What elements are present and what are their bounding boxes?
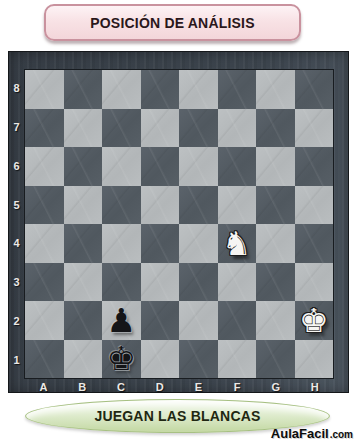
square-f2[interactable] [218, 301, 257, 340]
square-f4[interactable]: ♞ [218, 224, 257, 263]
square-g8[interactable] [256, 70, 295, 109]
square-g4[interactable] [256, 224, 295, 263]
square-d8[interactable] [141, 70, 180, 109]
square-h8[interactable] [295, 70, 334, 109]
square-e5[interactable] [179, 186, 218, 225]
white-knight-f4[interactable]: ♞ [222, 227, 252, 260]
square-h6[interactable] [295, 147, 334, 186]
square-g6[interactable] [256, 147, 295, 186]
rank-label-8: 8 [9, 69, 24, 108]
square-f5[interactable] [218, 186, 257, 225]
square-g1[interactable] [256, 340, 295, 379]
square-d1[interactable] [141, 340, 180, 379]
square-e7[interactable] [179, 109, 218, 148]
square-e2[interactable] [179, 301, 218, 340]
square-b1[interactable] [64, 340, 103, 379]
rank-labels: 87654321 [9, 69, 24, 379]
square-h7[interactable] [295, 109, 334, 148]
square-d2[interactable] [141, 301, 180, 340]
square-a2[interactable] [25, 301, 64, 340]
file-label-c: C [102, 380, 141, 393]
square-a3[interactable] [25, 263, 64, 302]
square-f6[interactable] [218, 147, 257, 186]
file-label-h: H [295, 380, 334, 393]
square-g5[interactable] [256, 186, 295, 225]
square-b5[interactable] [64, 186, 103, 225]
square-h5[interactable] [295, 186, 334, 225]
brand-suffix: .com [330, 429, 353, 440]
square-e4[interactable] [179, 224, 218, 263]
square-b7[interactable] [64, 109, 103, 148]
square-g7[interactable] [256, 109, 295, 148]
file-label-d: D [140, 380, 179, 393]
rank-label-2: 2 [9, 302, 24, 341]
rank-label-7: 7 [9, 108, 24, 147]
square-g2[interactable] [256, 301, 295, 340]
square-d6[interactable] [141, 147, 180, 186]
rank-label-6: 6 [9, 147, 24, 186]
black-pawn-c2[interactable]: ♟ [106, 304, 136, 337]
chess-board: ♞♟♚♚ [24, 69, 334, 379]
square-b2[interactable] [64, 301, 103, 340]
file-label-g: G [257, 380, 296, 393]
square-h2[interactable]: ♚ [295, 301, 334, 340]
file-label-e: E [179, 380, 218, 393]
square-c1[interactable]: ♚ [102, 340, 141, 379]
square-f8[interactable] [218, 70, 257, 109]
square-e8[interactable] [179, 70, 218, 109]
file-label-a: A [24, 380, 63, 393]
square-h4[interactable] [295, 224, 334, 263]
square-f3[interactable] [218, 263, 257, 302]
rank-label-1: 1 [9, 340, 24, 379]
file-label-b: B [63, 380, 102, 393]
square-d4[interactable] [141, 224, 180, 263]
brand-watermark: AulaFacil .com [271, 426, 353, 441]
square-b8[interactable] [64, 70, 103, 109]
black-king-c1[interactable]: ♚ [106, 342, 136, 375]
square-h1[interactable] [295, 340, 334, 379]
square-b6[interactable] [64, 147, 103, 186]
square-a7[interactable] [25, 109, 64, 148]
square-a4[interactable] [25, 224, 64, 263]
square-b3[interactable] [64, 263, 103, 302]
square-d5[interactable] [141, 186, 180, 225]
square-g3[interactable] [256, 263, 295, 302]
square-c6[interactable] [102, 147, 141, 186]
square-c3[interactable] [102, 263, 141, 302]
square-c4[interactable] [102, 224, 141, 263]
square-f1[interactable] [218, 340, 257, 379]
square-a6[interactable] [25, 147, 64, 186]
rank-label-5: 5 [9, 185, 24, 224]
square-a8[interactable] [25, 70, 64, 109]
square-c8[interactable] [102, 70, 141, 109]
square-e3[interactable] [179, 263, 218, 302]
square-d3[interactable] [141, 263, 180, 302]
chess-board-frame: 87654321 ♞♟♚♚ ABCDEFGH [8, 51, 349, 393]
square-d7[interactable] [141, 109, 180, 148]
rank-label-4: 4 [9, 224, 24, 263]
square-e1[interactable] [179, 340, 218, 379]
analysis-position-title: POSICIÓN DE ANÁLISIS [90, 15, 255, 31]
square-c7[interactable] [102, 109, 141, 148]
turn-indicator-label: JUEGAN LAS BLANCAS [94, 408, 260, 424]
square-h3[interactable] [295, 263, 334, 302]
file-label-f: F [218, 380, 257, 393]
square-e6[interactable] [179, 147, 218, 186]
square-f7[interactable] [218, 109, 257, 148]
white-king-h2[interactable]: ♚ [299, 304, 329, 337]
square-c5[interactable] [102, 186, 141, 225]
rank-label-3: 3 [9, 263, 24, 302]
square-a5[interactable] [25, 186, 64, 225]
square-b4[interactable] [64, 224, 103, 263]
square-a1[interactable] [25, 340, 64, 379]
file-labels: ABCDEFGH [24, 380, 334, 393]
square-c2[interactable]: ♟ [102, 301, 141, 340]
brand-name: AulaFacil [271, 426, 329, 441]
analysis-position-banner: POSICIÓN DE ANÁLISIS [44, 4, 301, 41]
